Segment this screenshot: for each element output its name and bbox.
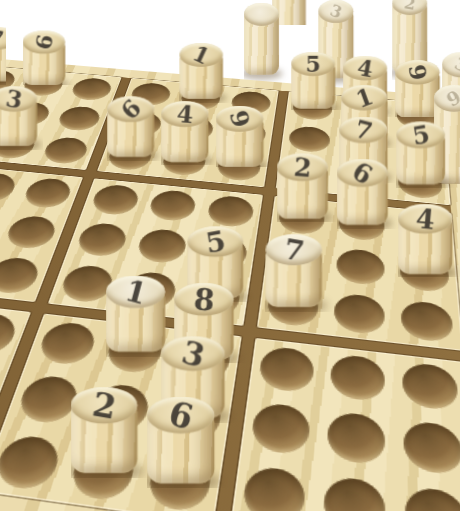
peg-6-r9c6[interactable]: 6	[146, 396, 213, 483]
peg-digit: 4	[175, 101, 193, 126]
cell-r7c7-empty-hole[interactable]	[248, 338, 324, 402]
cell-r6c3-empty-hole[interactable]	[0, 250, 53, 302]
peg-top-face: 7	[339, 116, 387, 142]
peg-digit: 9	[444, 87, 460, 110]
peg-top-face: 4	[397, 203, 451, 233]
peg-top-face: 3	[161, 336, 224, 371]
peg-digit: 2	[89, 386, 118, 423]
peg-digit: 6	[32, 33, 56, 51]
cell-r7c4-empty-hole[interactable]	[25, 314, 109, 375]
peg-7-r1c1[interactable]: 7	[0, 26, 17, 80]
peg-top-face: 1	[340, 85, 386, 110]
cell-r8c7-empty-hole[interactable]	[240, 393, 321, 465]
peg-top-face: 1	[105, 275, 164, 307]
peg-digit: 7	[0, 26, 5, 49]
peg-6-r4c8[interactable]: 6	[336, 158, 387, 224]
peg-digit: 5	[203, 226, 227, 257]
cell-r5c2-occupied[interactable]	[0, 203, 12, 250]
peg-digit: 3	[178, 335, 207, 371]
peg-6-r3c4[interactable]: 6	[107, 96, 154, 156]
peg-top-face: 6	[107, 96, 154, 122]
peg-digit: 2	[403, 0, 417, 12]
peg-digit: 3	[327, 2, 343, 21]
peg-top-face: 7	[265, 234, 321, 265]
peg-digit: 8	[192, 283, 215, 315]
cell-r9c8-empty-hole[interactable]	[312, 466, 396, 511]
peg-top-face: 9	[395, 60, 440, 84]
cell-r9c7-empty-hole[interactable]	[230, 456, 316, 511]
peg-digit: 7	[351, 116, 374, 144]
cell-r7c3-empty-hole[interactable]	[0, 305, 31, 365]
peg-digit: 5	[305, 53, 320, 75]
cell-r8c9-empty-hole[interactable]	[394, 411, 460, 486]
peg-top-face: 5	[291, 51, 335, 75]
cell-r6c9-empty-hole[interactable]	[393, 293, 460, 351]
cell-r3c3-empty-hole[interactable]	[32, 132, 99, 170]
photo-stage: 2376154934191364975126145737183426	[0, 0, 460, 511]
cell-r2c3-empty-hole[interactable]	[47, 101, 111, 136]
peg-digit: 4	[414, 204, 435, 233]
peg-top-face: 5	[396, 121, 445, 148]
peg-2-r9c5[interactable]: 2	[70, 386, 137, 472]
peg-1-r1c5[interactable]: 1	[179, 43, 222, 99]
peg-top-face: 2	[276, 153, 327, 181]
peg-2-r4c7[interactable]: 2	[276, 153, 327, 218]
cell-r5c4-empty-hole[interactable]	[65, 216, 138, 264]
peg-digit: 9	[225, 107, 252, 129]
peg-digit: 1	[121, 274, 149, 308]
cell-r9c4-empty-hole[interactable]	[0, 425, 75, 502]
cell-r4c5-empty-hole[interactable]	[138, 184, 206, 228]
cell-r4c3-empty-hole[interactable]	[12, 172, 84, 215]
peg-digit: 1	[352, 84, 375, 111]
peg-digit: 1	[189, 41, 212, 67]
peg-top-face: 6	[22, 30, 65, 53]
peg-top-face: 6	[146, 396, 213, 433]
peg-top-face: 4	[342, 56, 386, 80]
peg-digit: 3	[452, 54, 460, 75]
peg-digit: 7	[281, 234, 305, 265]
cell-r7c8-empty-hole[interactable]	[320, 346, 394, 411]
peg-top-face: 3	[318, 0, 353, 23]
peg-5-r3c9[interactable]: 5	[396, 121, 445, 184]
cell-r8c8-empty-hole[interactable]	[316, 402, 394, 476]
peg-top-face: 5	[187, 226, 243, 257]
peg-digit: 5	[410, 121, 431, 148]
peg-digit: 9	[405, 62, 430, 81]
peg-7-r6c7[interactable]: 7	[265, 234, 321, 306]
peg-digit: 3	[3, 86, 23, 112]
peg-top-face: 6	[336, 158, 387, 186]
peg-9-r3c6[interactable]: 9	[215, 105, 263, 166]
peg-top-face: 4	[161, 101, 208, 127]
peg-4-r3c5[interactable]: 4	[161, 101, 208, 162]
cell-r6c8-empty-hole[interactable]	[324, 286, 393, 343]
peg-top-face: 8	[173, 282, 233, 315]
peg-1-r7c5[interactable]: 1	[105, 275, 164, 351]
peg-top-face	[244, 3, 279, 26]
spare-peg-blank[interactable]	[244, 3, 279, 75]
peg-9-r1c9[interactable]: 9	[395, 60, 440, 117]
peg-top-face: 1	[179, 43, 222, 67]
peg-digit: 2	[292, 153, 312, 180]
cell-r4c4-empty-hole[interactable]	[80, 178, 149, 222]
peg-digit: 6	[347, 157, 375, 188]
cell-r9c9-empty-hole[interactable]	[395, 476, 460, 511]
cell-r5c8-empty-hole[interactable]	[328, 242, 393, 293]
cell-r7c9-empty-hole[interactable]	[393, 354, 460, 420]
sudoku-board: 2376154934191364975126145737183426	[0, 57, 460, 511]
peg-top-face: 9	[215, 105, 263, 131]
peg-digit: 6	[116, 95, 144, 123]
peg-digit: 6	[164, 395, 195, 434]
cell-r4c2-empty-hole[interactable]	[0, 167, 29, 209]
peg-4-r5c9[interactable]: 4	[397, 203, 451, 273]
peg-3-r3c2[interactable]: 3	[0, 86, 37, 146]
cell-r5c3-empty-hole[interactable]	[0, 209, 69, 256]
peg-5-r1c7[interactable]: 5	[291, 51, 335, 108]
peg-digit: 4	[355, 55, 374, 79]
peg-top-face: 2	[70, 386, 137, 423]
peg-6-r1c2[interactable]: 6	[22, 30, 65, 85]
board-block-9	[230, 338, 460, 511]
